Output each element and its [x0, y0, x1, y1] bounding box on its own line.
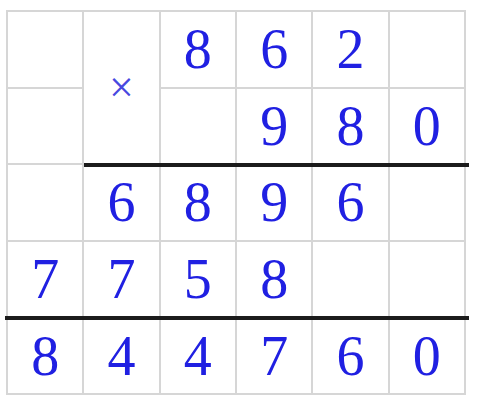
cell-r5c2[interactable]: 4	[84, 318, 158, 393]
multiplication-worksheet: × 8 6 2 9 8 0 6 8 9 6 7 7 5 8 8 4 4 7 6 …	[0, 0, 477, 405]
cell-r3c5[interactable]: 6	[313, 165, 387, 240]
cell-r4c6[interactable]	[390, 242, 464, 317]
cell-r4c1[interactable]: 7	[8, 242, 82, 317]
cell-r5c5[interactable]: 6	[313, 318, 387, 393]
cell-r1c1[interactable]	[8, 12, 82, 87]
cell-r3c1[interactable]	[8, 165, 82, 240]
cell-r2c6[interactable]: 0	[390, 89, 464, 164]
cell-r4c3[interactable]: 5	[161, 242, 235, 317]
cell-r2c4[interactable]: 9	[237, 89, 311, 164]
cell-r4c5[interactable]	[313, 242, 387, 317]
cell-r1c5[interactable]: 2	[313, 12, 387, 87]
cell-r3c3[interactable]: 8	[161, 165, 235, 240]
cell-r3c4[interactable]: 9	[237, 165, 311, 240]
cell-r5c4[interactable]: 7	[237, 318, 311, 393]
cell-r1c4[interactable]: 6	[237, 12, 311, 87]
cell-r4c4[interactable]: 8	[237, 242, 311, 317]
cell-r5c3[interactable]: 4	[161, 318, 235, 393]
cell-r5c1[interactable]: 8	[8, 318, 82, 393]
product-rule-line	[5, 316, 469, 320]
cell-r5c6[interactable]: 0	[390, 318, 464, 393]
cell-r1c3[interactable]: 8	[161, 12, 235, 87]
cell-r2c1[interactable]	[8, 89, 82, 164]
cell-r1c6[interactable]	[390, 12, 464, 87]
cell-r4c2[interactable]: 7	[84, 242, 158, 317]
cell-r3c6[interactable]	[390, 165, 464, 240]
partial-products-rule-line	[84, 163, 469, 167]
multiplication-sign-cell[interactable]: ×	[84, 12, 158, 163]
cell-r2c3[interactable]	[161, 89, 235, 164]
multiplication-grid: × 8 6 2 9 8 0 6 8 9 6 7 7 5 8 8 4 4 7 6 …	[6, 10, 466, 395]
cell-r3c2[interactable]: 6	[84, 165, 158, 240]
cell-r2c5[interactable]: 8	[313, 89, 387, 164]
